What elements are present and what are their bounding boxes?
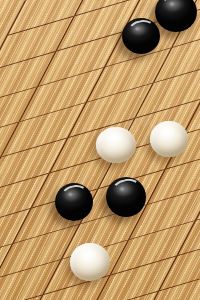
stone-glyph: ●	[55, 183, 93, 221]
go-board-photo: ●●○○●●○ ◆ 摄图网	[0, 0, 200, 300]
white-stone[interactable]: ○	[96, 127, 136, 163]
white-stone[interactable]: ○	[150, 121, 188, 157]
stone-glyph: ○	[70, 243, 110, 281]
black-stone[interactable]: ●	[122, 18, 160, 54]
black-stone[interactable]: ●	[55, 183, 93, 221]
stone-glyph: ○	[150, 121, 188, 157]
stone-glyph: ●	[106, 177, 146, 217]
stone-glyph: ○	[96, 127, 136, 163]
stone-glyph: ●	[122, 18, 160, 54]
white-stone[interactable]: ○	[70, 243, 110, 281]
black-stone[interactable]: ●	[106, 177, 146, 217]
